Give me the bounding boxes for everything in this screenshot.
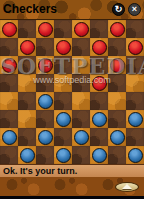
square-r7c6[interactable]: [108, 146, 126, 164]
square-r6c7[interactable]: [126, 128, 144, 146]
square-r0c3[interactable]: [54, 20, 72, 38]
square-r2c1[interactable]: [18, 56, 36, 74]
square-r7c3[interactable]: [54, 146, 72, 164]
square-r3c7[interactable]: [126, 74, 144, 92]
square-r3c5[interactable]: [90, 74, 108, 92]
red-piece[interactable]: [74, 22, 89, 37]
square-r2c7[interactable]: [126, 56, 144, 74]
refresh-icon[interactable]: ↻: [112, 3, 125, 16]
blue-piece[interactable]: [38, 94, 53, 109]
square-r0c7[interactable]: [126, 20, 144, 38]
square-r6c0[interactable]: [0, 128, 18, 146]
status-bar: Ok. It's your turn.: [0, 164, 144, 177]
blue-piece[interactable]: [38, 130, 53, 145]
square-r1c5[interactable]: [90, 38, 108, 56]
square-r0c5[interactable]: [90, 20, 108, 38]
square-r4c1[interactable]: [18, 92, 36, 110]
square-r6c4[interactable]: [72, 128, 90, 146]
blue-piece[interactable]: [20, 148, 35, 163]
red-piece[interactable]: [56, 40, 71, 55]
red-piece[interactable]: [20, 40, 35, 55]
square-r0c4[interactable]: [72, 20, 90, 38]
title-bar: Checkers ↻ ×: [0, 0, 144, 20]
window-title: Checkers: [0, 0, 57, 19]
square-r7c7[interactable]: [126, 146, 144, 164]
titlebar-icons: ↻ ×: [112, 3, 141, 16]
square-r1c0[interactable]: [0, 38, 18, 56]
square-r4c2[interactable]: [36, 92, 54, 110]
square-r5c5[interactable]: [90, 110, 108, 128]
up-arrow-icon: [122, 184, 132, 189]
red-piece[interactable]: [128, 40, 143, 55]
square-r5c4[interactable]: [72, 110, 90, 128]
close-icon[interactable]: ×: [128, 3, 141, 16]
square-r7c5[interactable]: [90, 146, 108, 164]
square-r3c3[interactable]: [54, 74, 72, 92]
slide-up-button[interactable]: [115, 182, 139, 192]
red-piece[interactable]: [92, 76, 107, 91]
square-r0c6[interactable]: [108, 20, 126, 38]
square-r4c6[interactable]: [108, 92, 126, 110]
blue-piece[interactable]: [74, 130, 89, 145]
blue-piece[interactable]: [92, 148, 107, 163]
square-r2c6[interactable]: [108, 56, 126, 74]
square-r1c6[interactable]: [108, 38, 126, 56]
square-r2c5[interactable]: [90, 56, 108, 74]
square-r6c6[interactable]: [108, 128, 126, 146]
blue-piece[interactable]: [128, 148, 143, 163]
square-r5c6[interactable]: [108, 110, 126, 128]
square-r1c3[interactable]: [54, 38, 72, 56]
square-r7c2[interactable]: [36, 146, 54, 164]
square-r7c1[interactable]: [18, 146, 36, 164]
square-r7c4[interactable]: [72, 146, 90, 164]
square-r5c7[interactable]: [126, 110, 144, 128]
square-r5c3[interactable]: [54, 110, 72, 128]
bottom-edge: [0, 196, 144, 199]
square-r2c4[interactable]: [72, 56, 90, 74]
square-r7c0[interactable]: [0, 146, 18, 164]
square-r0c1[interactable]: [18, 20, 36, 38]
blue-piece[interactable]: [128, 112, 143, 127]
red-piece[interactable]: [2, 58, 17, 73]
square-r4c5[interactable]: [90, 92, 108, 110]
red-piece[interactable]: [110, 58, 125, 73]
square-r2c3[interactable]: [54, 56, 72, 74]
blue-piece[interactable]: [56, 148, 71, 163]
red-piece[interactable]: [38, 58, 53, 73]
square-r6c5[interactable]: [90, 128, 108, 146]
square-r6c1[interactable]: [18, 128, 36, 146]
status-message: Ok. It's your turn.: [0, 165, 144, 177]
red-piece[interactable]: [110, 22, 125, 37]
square-r0c2[interactable]: [36, 20, 54, 38]
square-r4c7[interactable]: [126, 92, 144, 110]
square-r6c2[interactable]: [36, 128, 54, 146]
red-piece[interactable]: [2, 22, 17, 37]
square-r5c1[interactable]: [18, 110, 36, 128]
square-r3c1[interactable]: [18, 74, 36, 92]
blue-piece[interactable]: [2, 130, 17, 145]
square-r1c4[interactable]: [72, 38, 90, 56]
square-r4c3[interactable]: [54, 92, 72, 110]
red-piece[interactable]: [92, 40, 107, 55]
square-r4c4[interactable]: [72, 92, 90, 110]
bottom-toolbar: [0, 177, 144, 196]
blue-piece[interactable]: [56, 112, 71, 127]
red-piece[interactable]: [38, 22, 53, 37]
square-r2c2[interactable]: [36, 56, 54, 74]
square-r6c3[interactable]: [54, 128, 72, 146]
square-r1c7[interactable]: [126, 38, 144, 56]
square-r2c0[interactable]: [0, 56, 18, 74]
square-r3c0[interactable]: [0, 74, 18, 92]
square-r3c6[interactable]: [108, 74, 126, 92]
square-r1c2[interactable]: [36, 38, 54, 56]
square-r0c0[interactable]: [0, 20, 18, 38]
blue-piece[interactable]: [92, 112, 107, 127]
square-r1c1[interactable]: [18, 38, 36, 56]
checkers-app-window: Checkers ↻ × SOFTPEDIA™ www.softpedia.co…: [0, 0, 144, 199]
square-r4c0[interactable]: [0, 92, 18, 110]
blue-piece[interactable]: [110, 130, 125, 145]
checkers-board: [0, 20, 144, 164]
square-r3c2[interactable]: [36, 74, 54, 92]
square-r3c4[interactable]: [72, 74, 90, 92]
square-r5c2[interactable]: [36, 110, 54, 128]
square-r5c0[interactable]: [0, 110, 18, 128]
